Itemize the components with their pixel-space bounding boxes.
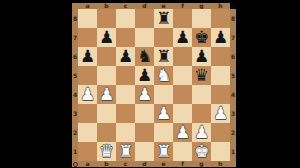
square-c3[interactable]	[116, 104, 135, 123]
rank-label-1-right: 1	[230, 142, 236, 161]
square-f8[interactable]	[173, 9, 192, 28]
file-label-d-bottom: d	[135, 161, 154, 167]
square-g7[interactable]: ♚	[192, 28, 211, 47]
square-c5[interactable]	[116, 66, 135, 85]
square-d2[interactable]	[135, 123, 154, 142]
square-b4[interactable]: ♟	[97, 85, 116, 104]
piece-white-rook: ♜	[118, 142, 133, 161]
square-g8[interactable]	[192, 9, 211, 28]
piece-white-pawn: ♟	[80, 85, 95, 104]
piece-white-knight: ♞	[156, 66, 171, 85]
rank-label-2-right: 2	[230, 123, 236, 142]
square-c6[interactable]: ♟	[116, 47, 135, 66]
square-f2[interactable]: ♟	[173, 123, 192, 142]
piece-black-knight: ♞	[137, 47, 152, 66]
square-a6[interactable]: ♟	[78, 47, 97, 66]
square-f3[interactable]	[173, 104, 192, 123]
piece-black-rook: ♜	[156, 47, 171, 66]
square-e1[interactable]: ♜	[154, 142, 173, 161]
square-e3[interactable]: ♟	[154, 104, 173, 123]
square-d6[interactable]: ♞	[135, 47, 154, 66]
square-d1[interactable]	[135, 142, 154, 161]
piece-black-pawn: ♟	[137, 66, 152, 85]
piece-black-queen: ♛	[194, 66, 209, 85]
square-a2[interactable]	[78, 123, 97, 142]
square-a8[interactable]	[78, 9, 97, 28]
square-e8[interactable]: ♜	[154, 9, 173, 28]
square-e5[interactable]: ♞	[154, 66, 173, 85]
square-h6[interactable]	[211, 47, 230, 66]
square-d5[interactable]: ♟	[135, 66, 154, 85]
rank-label-7-right: 7	[230, 28, 236, 47]
square-e6[interactable]: ♜	[154, 47, 173, 66]
piece-white-pawn: ♟	[175, 123, 190, 142]
square-f5[interactable]	[173, 66, 192, 85]
square-b2[interactable]	[97, 123, 116, 142]
square-h2[interactable]	[211, 123, 230, 142]
rank-label-4-right: 4	[230, 85, 236, 104]
square-g4[interactable]	[192, 85, 211, 104]
square-g6[interactable]: ♟	[192, 47, 211, 66]
piece-white-pawn: ♟	[194, 123, 209, 142]
square-g5[interactable]: ♛	[192, 66, 211, 85]
square-d7[interactable]	[135, 28, 154, 47]
file-label-g-bottom: g	[192, 161, 211, 167]
piece-white-pawn: ♟	[213, 104, 228, 123]
piece-black-pawn: ♟	[175, 28, 190, 47]
square-b7[interactable]: ♟	[97, 28, 116, 47]
square-d4[interactable]: ♟	[135, 85, 154, 104]
file-label-f-bottom: f	[173, 161, 192, 167]
square-e2[interactable]	[154, 123, 173, 142]
file-label-h-bottom: h	[211, 161, 230, 167]
square-a7[interactable]	[78, 28, 97, 47]
rank-label-5-right: 5	[230, 66, 236, 85]
file-label-e-bottom: e	[154, 161, 173, 167]
square-b8[interactable]	[97, 9, 116, 28]
square-g2[interactable]: ♟	[192, 123, 211, 142]
piece-black-king: ♚	[194, 28, 209, 47]
square-e7[interactable]	[154, 28, 173, 47]
square-c2[interactable]	[116, 123, 135, 142]
piece-black-pawn: ♟	[194, 47, 209, 66]
square-b5[interactable]	[97, 66, 116, 85]
square-h8[interactable]	[211, 9, 230, 28]
square-b3[interactable]	[97, 104, 116, 123]
rank-label-3-right: 3	[230, 104, 236, 123]
square-c7[interactable]	[116, 28, 135, 47]
chess-board: abcdefgh8♜87♟♟♚♟76♟♟♞♜♟65♟♞♛54♟♟♟43♟♟32♟…	[72, 3, 236, 167]
square-f6[interactable]	[173, 47, 192, 66]
corner-logo-icon	[73, 162, 78, 167]
square-c1[interactable]: ♜	[116, 142, 135, 161]
piece-black-pawn: ♟	[118, 47, 133, 66]
square-h4[interactable]	[211, 85, 230, 104]
square-h3[interactable]: ♟	[211, 104, 230, 123]
square-a1[interactable]	[78, 142, 97, 161]
square-a4[interactable]: ♟	[78, 85, 97, 104]
piece-black-pawn: ♟	[80, 47, 95, 66]
square-g1[interactable]: ♚	[192, 142, 211, 161]
piece-white-pawn: ♟	[156, 104, 171, 123]
square-a5[interactable]	[78, 66, 97, 85]
square-f1[interactable]	[173, 142, 192, 161]
file-label-b-bottom: b	[97, 161, 116, 167]
piece-white-king: ♚	[194, 142, 209, 161]
rank-label-6-right: 6	[230, 47, 236, 66]
piece-black-pawn: ♟	[99, 28, 114, 47]
piece-black-rook: ♜	[156, 9, 171, 28]
rank-label-8-right: 8	[230, 9, 236, 28]
square-c8[interactable]	[116, 9, 135, 28]
file-label-a-bottom: a	[78, 161, 97, 167]
square-h1[interactable]	[211, 142, 230, 161]
piece-white-queen: ♛	[99, 142, 114, 161]
square-h7[interactable]: ♟	[211, 28, 230, 47]
square-b6[interactable]	[97, 47, 116, 66]
piece-black-pawn: ♟	[213, 28, 228, 47]
square-g3[interactable]	[192, 104, 211, 123]
square-h5[interactable]	[211, 66, 230, 85]
piece-white-rook: ♜	[156, 142, 171, 161]
square-f7[interactable]: ♟	[173, 28, 192, 47]
square-b1[interactable]: ♛	[97, 142, 116, 161]
square-d3[interactable]	[135, 104, 154, 123]
square-f4[interactable]	[173, 85, 192, 104]
square-e4[interactable]	[154, 85, 173, 104]
square-c4[interactable]	[116, 85, 135, 104]
piece-white-pawn: ♟	[137, 85, 152, 104]
frame-corner-bottom-right	[230, 161, 236, 167]
square-a3[interactable]	[78, 104, 97, 123]
square-d8[interactable]	[135, 9, 154, 28]
file-label-c-bottom: c	[116, 161, 135, 167]
piece-white-pawn: ♟	[99, 85, 114, 104]
letterboxed-frame: abcdefgh8♜87♟♟♚♟76♟♟♞♜♟65♟♞♛54♟♟♟43♟♟32♟…	[0, 0, 300, 168]
